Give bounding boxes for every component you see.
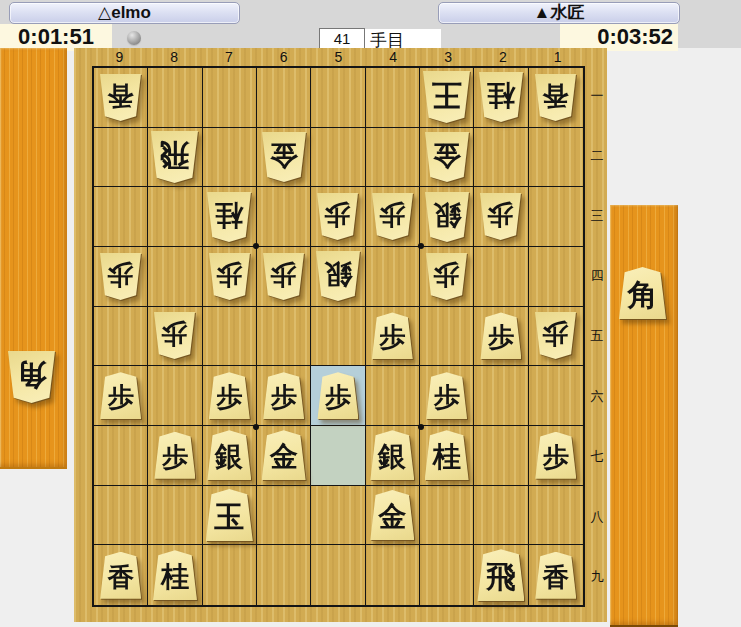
piece-glyph: 歩 [154,312,195,359]
square-1-5[interactable]: 歩 [529,307,583,367]
piece-glyph: 歩 [263,253,304,300]
square-5-5[interactable] [311,307,365,367]
square-6-8[interactable] [257,486,311,546]
square-9-8[interactable] [94,486,148,546]
hoshi-dot [418,424,424,430]
piece-glyph: 歩 [372,193,413,240]
piece-glyph: 角 [619,267,666,319]
piece-glyph: 銀 [425,192,469,242]
hoshi-dot [418,243,424,249]
square-7-1[interactable] [203,68,257,128]
square-8-5[interactable]: 歩 [148,307,202,367]
rank-label: 九 [586,547,608,607]
rank-label: 二 [586,126,608,186]
piece-sente: 歩 [154,432,195,479]
piece-gote: 歩 [263,253,304,300]
piece-sente: 飛 [477,549,524,601]
piece-sente: 歩 [372,312,413,359]
square-4-7[interactable]: 銀 [366,426,420,486]
piece-gote: 歩 [372,193,413,240]
move-number-box[interactable]: 41 [319,28,365,50]
square-2-5[interactable]: 歩 [474,307,528,367]
piece-glyph: 飛 [151,131,198,183]
square-9-9[interactable]: 香 [94,545,148,605]
piece-glyph: 桂 [479,72,523,122]
square-4-4[interactable] [366,247,420,307]
piece-gote: 歩 [100,253,141,300]
turn-indicator-icon [127,31,141,45]
piece-glyph: 飛 [477,549,524,601]
square-4-8[interactable]: 金 [366,486,420,546]
square-8-9[interactable]: 桂 [148,545,202,605]
square-7-7[interactable]: 銀 [203,426,257,486]
square-2-3[interactable]: 歩 [474,187,528,247]
square-4-1[interactable] [366,68,420,128]
piece-sente: 歩 [263,372,304,419]
square-2-1[interactable]: 桂 [474,68,528,128]
rank-label: 三 [586,186,608,246]
piece-glyph: 香 [100,74,141,121]
square-6-3[interactable] [257,187,311,247]
file-label: 7 [202,48,257,66]
piece-gote: 飛 [151,131,198,183]
piece-glyph: 金 [425,132,469,182]
piece-sente: 歩 [426,372,467,419]
shogi-board: 987654321 香王桂香飛金金桂歩歩銀歩歩歩歩銀歩歩歩歩歩歩歩歩歩歩歩銀金銀… [74,48,607,622]
square-2-7[interactable] [474,426,528,486]
piece-glyph: 香 [535,552,576,599]
piece-glyph: 金 [370,490,414,540]
square-1-6[interactable] [529,366,583,426]
square-6-2[interactable]: 金 [257,128,311,188]
square-3-1[interactable]: 王 [420,68,474,128]
piece-glyph: 香 [535,74,576,121]
square-4-2[interactable] [366,128,420,188]
piece-gote: 香 [100,74,141,121]
square-8-6[interactable] [148,366,202,426]
piece-glyph: 歩 [535,312,576,359]
gote-hand-pieces: 角 [8,351,55,403]
square-2-9[interactable]: 飛 [474,545,528,605]
piece-glyph: 歩 [317,193,358,240]
square-4-5[interactable]: 歩 [366,307,420,367]
piece-gote: 歩 [209,253,250,300]
square-9-5[interactable] [94,307,148,367]
piece-sente: 歩 [209,372,250,419]
gote-captured-stand: 角 [0,48,67,469]
piece-sente: 香 [100,552,141,599]
piece-glyph: 歩 [154,432,195,479]
piece-gote: 歩 [317,193,358,240]
square-7-6[interactable]: 歩 [203,366,257,426]
file-label: 5 [311,48,366,66]
square-4-9[interactable] [366,545,420,605]
rank-label: 一 [586,66,608,126]
square-8-3[interactable] [148,187,202,247]
square-3-2[interactable]: 金 [420,128,474,188]
square-3-4[interactable]: 歩 [420,247,474,307]
square-1-7[interactable]: 歩 [529,426,583,486]
square-6-1[interactable] [257,68,311,128]
piece-glyph: 歩 [317,372,358,419]
square-7-4[interactable]: 歩 [203,247,257,307]
hoshi-dot [253,243,259,249]
square-9-4[interactable]: 歩 [94,247,148,307]
square-9-3[interactable] [94,187,148,247]
piece-gote: 桂 [207,192,251,242]
square-9-7[interactable] [94,426,148,486]
piece-glyph: 歩 [209,372,250,419]
piece-glyph: 桂 [207,192,251,242]
square-5-9[interactable] [311,545,365,605]
piece-glyph: 歩 [426,372,467,419]
file-label: 1 [530,48,585,66]
piece-gote: 歩 [480,193,521,240]
piece-gote[interactable]: 角 [8,351,55,403]
square-3-5[interactable] [420,307,474,367]
square-4-6[interactable] [366,366,420,426]
square-2-4[interactable] [474,247,528,307]
square-3-6[interactable]: 歩 [420,366,474,426]
file-label: 2 [475,48,530,66]
square-8-2[interactable]: 飛 [148,128,202,188]
square-9-1[interactable]: 香 [94,68,148,128]
square-8-7[interactable]: 歩 [148,426,202,486]
piece-gote: 歩 [535,312,576,359]
file-labels: 987654321 [92,48,585,66]
square-6-7[interactable]: 金 [257,426,311,486]
piece-glyph: 歩 [263,372,304,419]
piece-gote: 金 [262,132,306,182]
square-8-8[interactable] [148,486,202,546]
piece-glyph: 香 [100,552,141,599]
piece-sente: 金 [370,490,414,540]
piece-sente: 歩 [100,372,141,419]
square-2-8[interactable] [474,486,528,546]
piece-glyph: 王 [423,71,470,123]
sente-name-plate: ▲水匠 [438,2,680,24]
rank-label: 六 [586,367,608,427]
piece-gote: 歩 [154,312,195,359]
file-label: 8 [147,48,202,66]
sente-captured-stand: 角 [610,205,678,627]
piece-gote: 桂 [479,72,523,122]
square-7-8[interactable]: 玉 [203,486,257,546]
piece-gote: 王 [423,71,470,123]
square-1-2[interactable] [529,128,583,188]
square-3-9[interactable] [420,545,474,605]
square-5-8[interactable] [311,486,365,546]
piece-gote: 香 [535,74,576,121]
sente-clock: 0:03:52 [560,24,678,51]
square-4-3[interactable]: 歩 [366,187,420,247]
piece-sente: 玉 [206,489,253,541]
rank-label: 五 [586,306,608,366]
shogi-app: △elmo ▲水匠 0:01:51 41 手目 0:03:52 角 987654… [0,0,741,627]
piece-sente: 香 [535,552,576,599]
square-1-8[interactable] [529,486,583,546]
piece-sente: 銀 [207,430,251,480]
square-5-6[interactable]: 歩 [311,366,365,426]
piece-glyph: 歩 [100,372,141,419]
piece-glyph: 桂 [425,430,469,480]
square-7-9[interactable] [203,545,257,605]
piece-gote: 歩 [426,253,467,300]
board-grid: 香王桂香飛金金桂歩歩銀歩歩歩歩銀歩歩歩歩歩歩歩歩歩歩歩銀金銀桂歩玉金香桂飛香 [92,66,585,607]
square-5-3[interactable]: 歩 [311,187,365,247]
piece-sente[interactable]: 角 [619,267,666,319]
square-1-3[interactable] [529,187,583,247]
piece-glyph: 銀 [207,430,251,480]
sente-hand-pieces: 角 [619,267,666,319]
piece-glyph: 角 [8,351,55,403]
piece-sente: 歩 [480,312,521,359]
square-5-4[interactable]: 銀 [311,247,365,307]
square-7-2[interactable] [203,128,257,188]
piece-sente: 歩 [317,372,358,419]
piece-glyph: 歩 [372,312,413,359]
piece-glyph: 銀 [316,251,360,301]
piece-sente: 桂 [153,550,197,600]
file-label: 4 [366,48,421,66]
rank-label: 八 [586,487,608,547]
piece-glyph: 歩 [480,312,521,359]
square-5-2[interactable] [311,128,365,188]
hoshi-dot [253,424,259,430]
rank-labels: 一二三四五六七八九 [586,66,608,607]
square-8-4[interactable] [148,247,202,307]
piece-glyph: 金 [262,132,306,182]
piece-glyph: 歩 [535,432,576,479]
gote-name-plate: △elmo [9,2,240,24]
piece-glyph: 金 [262,430,306,480]
square-6-6[interactable]: 歩 [257,366,311,426]
rank-label: 七 [586,427,608,487]
piece-glyph: 歩 [209,253,250,300]
piece-glyph: 玉 [206,489,253,541]
piece-gote: 銀 [316,251,360,301]
square-9-6[interactable]: 歩 [94,366,148,426]
square-1-9[interactable]: 香 [529,545,583,605]
piece-gote: 金 [425,132,469,182]
gote-clock: 0:01:51 [0,24,112,51]
square-7-3[interactable]: 桂 [203,187,257,247]
file-label: 9 [92,48,147,66]
square-7-5[interactable] [203,307,257,367]
square-3-7[interactable]: 桂 [420,426,474,486]
square-1-4[interactable] [529,247,583,307]
square-6-4[interactable]: 歩 [257,247,311,307]
piece-glyph: 歩 [480,193,521,240]
piece-sente: 歩 [535,432,576,479]
square-9-2[interactable] [94,128,148,188]
piece-glyph: 銀 [370,430,414,480]
square-1-1[interactable]: 香 [529,68,583,128]
piece-glyph: 桂 [153,550,197,600]
square-2-6[interactable] [474,366,528,426]
square-6-5[interactable] [257,307,311,367]
square-3-3[interactable]: 銀 [420,187,474,247]
piece-glyph: 歩 [426,253,467,300]
piece-glyph: 歩 [100,253,141,300]
square-5-7[interactable] [311,426,365,486]
file-label: 3 [421,48,476,66]
square-2-2[interactable] [474,128,528,188]
square-5-1[interactable] [311,68,365,128]
piece-gote: 銀 [425,192,469,242]
square-3-8[interactable] [420,486,474,546]
piece-sente: 金 [262,430,306,480]
square-8-1[interactable] [148,68,202,128]
square-6-9[interactable] [257,545,311,605]
rank-label: 四 [586,246,608,306]
piece-sente: 桂 [425,430,469,480]
file-label: 6 [256,48,311,66]
piece-sente: 銀 [370,430,414,480]
